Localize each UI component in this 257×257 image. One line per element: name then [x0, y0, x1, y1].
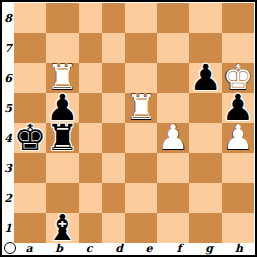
- square-g2[interactable]: [189, 183, 221, 213]
- square-e5[interactable]: ♜♖: [125, 93, 157, 123]
- square-d3[interactable]: [102, 153, 125, 183]
- square-f1[interactable]: [157, 213, 189, 243]
- rank-label-6: 6: [2, 63, 14, 93]
- file-label-e: e: [134, 243, 164, 255]
- square-g3[interactable]: [189, 153, 221, 183]
- square-d7[interactable]: [102, 33, 125, 63]
- square-a6[interactable]: [14, 63, 46, 93]
- square-h3[interactable]: [222, 153, 254, 183]
- square-g6[interactable]: ♟: [189, 63, 221, 93]
- file-label-d: d: [104, 243, 134, 255]
- file-label-b: b: [44, 243, 74, 255]
- file-label-a: a: [14, 243, 44, 255]
- white-king-h6[interactable]: ♚♔: [222, 63, 254, 93]
- square-g1[interactable]: [189, 213, 221, 243]
- piece-fill: ♟: [223, 124, 254, 153]
- square-c5[interactable]: [79, 93, 102, 123]
- square-h6[interactable]: ♚♔: [222, 63, 254, 93]
- square-f8[interactable]: [157, 3, 189, 33]
- file-label-c: c: [74, 243, 104, 255]
- square-e8[interactable]: [125, 3, 157, 33]
- square-f2[interactable]: [157, 183, 189, 213]
- square-e3[interactable]: [125, 153, 157, 183]
- square-f4[interactable]: ♟♙: [157, 123, 189, 153]
- piece-fill: ♚: [223, 64, 254, 93]
- black-bishop-b1[interactable]: ♝: [46, 213, 78, 243]
- file-label-g: g: [194, 243, 224, 255]
- square-b6[interactable]: ♜♖: [46, 63, 78, 93]
- square-e4[interactable]: [125, 123, 157, 153]
- square-b4[interactable]: ♜: [46, 123, 78, 153]
- rank-label-2: 2: [2, 183, 14, 213]
- square-c7[interactable]: [79, 33, 102, 63]
- square-d5[interactable]: [102, 93, 125, 123]
- piece-fill: ♟: [158, 124, 189, 153]
- square-d2[interactable]: [102, 183, 125, 213]
- rank-label-8: 8: [2, 3, 14, 33]
- white-rook-e5[interactable]: ♜♖: [125, 93, 157, 123]
- square-g5[interactable]: [189, 93, 221, 123]
- rank-labels: 87654321: [2, 3, 14, 243]
- square-a1[interactable]: [14, 213, 46, 243]
- square-d8[interactable]: [102, 3, 125, 33]
- square-d1[interactable]: [102, 213, 125, 243]
- square-b8[interactable]: [46, 3, 78, 33]
- square-e7[interactable]: [125, 33, 157, 63]
- square-c6[interactable]: [79, 63, 102, 93]
- piece-fill: ♜: [126, 94, 157, 123]
- square-c2[interactable]: [79, 183, 102, 213]
- square-a4[interactable]: ♚: [14, 123, 46, 153]
- square-a7[interactable]: [14, 33, 46, 63]
- rank-label-4: 4: [2, 123, 14, 153]
- square-d6[interactable]: [102, 63, 125, 93]
- rank-label-1: 1: [2, 213, 14, 243]
- chess-diagram: 87654321 ♜♖♟♚♔♟♜♖♟♚♜♟♙♟♙♝ abcdefgh: [0, 0, 257, 257]
- square-b3[interactable]: [46, 153, 78, 183]
- black-king-a4[interactable]: ♚: [14, 123, 46, 153]
- square-a3[interactable]: [14, 153, 46, 183]
- square-d4[interactable]: [102, 123, 125, 153]
- white-to-move-indicator: [4, 242, 16, 254]
- square-f7[interactable]: [157, 33, 189, 63]
- white-rook-b6[interactable]: ♜♖: [46, 63, 78, 93]
- square-c1[interactable]: [79, 213, 102, 243]
- square-c3[interactable]: [79, 153, 102, 183]
- file-labels: abcdefgh: [14, 243, 254, 255]
- square-b1[interactable]: ♝: [46, 213, 78, 243]
- square-c8[interactable]: [79, 3, 102, 33]
- rank-label-3: 3: [2, 153, 14, 183]
- square-f3[interactable]: [157, 153, 189, 183]
- square-c4[interactable]: [79, 123, 102, 153]
- white-pawn-f4[interactable]: ♟♙: [157, 123, 189, 153]
- chess-board[interactable]: ♜♖♟♚♔♟♜♖♟♚♜♟♙♟♙♝: [14, 3, 254, 243]
- white-pawn-h4[interactable]: ♟♙: [222, 123, 254, 153]
- square-g8[interactable]: [189, 3, 221, 33]
- square-e2[interactable]: [125, 183, 157, 213]
- piece-fill: ♜: [47, 64, 78, 93]
- square-a2[interactable]: [14, 183, 46, 213]
- black-pawn-g6[interactable]: ♟: [189, 63, 221, 93]
- square-f6[interactable]: [157, 63, 189, 93]
- square-h4[interactable]: ♟♙: [222, 123, 254, 153]
- file-label-f: f: [164, 243, 194, 255]
- rank-label-7: 7: [2, 33, 14, 63]
- square-a8[interactable]: [14, 3, 46, 33]
- file-label-h: h: [224, 243, 254, 255]
- square-h2[interactable]: [222, 183, 254, 213]
- black-rook-b4[interactable]: ♜: [46, 123, 78, 153]
- square-h1[interactable]: [222, 213, 254, 243]
- square-e1[interactable]: [125, 213, 157, 243]
- square-h8[interactable]: [222, 3, 254, 33]
- rank-label-5: 5: [2, 93, 14, 123]
- square-g4[interactable]: [189, 123, 221, 153]
